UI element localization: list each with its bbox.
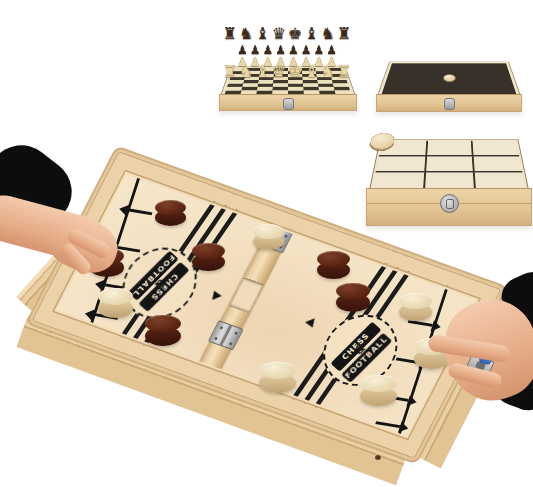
chess-dark-back-rank: ♜♞♝♛♚♝♞♜ [212,26,364,42]
grid-line [376,171,523,173]
grid-line [423,141,428,189]
tic-tac-toe-box-inset [366,104,532,226]
checkers-box-inset [368,4,530,112]
checkers-board [378,62,520,96]
grid-line [470,141,476,189]
cream-checker [443,74,455,81]
cream-disc [368,133,395,149]
screw-hole [49,328,55,333]
clasp-icon [283,98,294,110]
checkers-square [382,63,517,94]
product-photo: ♜♞♝♛♚♝♞♜ ♟♟♟♟♟♟♟♟ ♟♟♟♟♟♟♟♟ ♜♞♝♛♚♝♞♜ [0,0,533,487]
tic-tac-toe-box-front [366,188,532,226]
chess-box-inset: ♜♞♝♛♚♝♞♜ ♟♟♟♟♟♟♟♟ ♟♟♟♟♟♟♟♟ ♜♞♝♛♚♝♞♜ [212,0,364,112]
grid-line [379,155,520,157]
tic-tac-toe-board [370,139,528,190]
chess-light-back-rank: ♜♞♝♛♚♝♞♜ [212,64,364,80]
chess-box-front [219,94,357,111]
clasp-icon [440,194,459,213]
screw-hole [375,455,381,460]
